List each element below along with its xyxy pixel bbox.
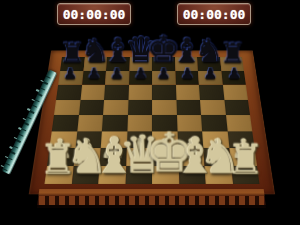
black-knight[interactable]: ♞: [78, 35, 112, 68]
black-pawn[interactable]: ♟: [123, 66, 158, 81]
square-g6[interactable]: [199, 85, 224, 100]
square-c5[interactable]: [103, 100, 128, 115]
black-bishop[interactable]: ♝: [101, 34, 135, 68]
square-h6[interactable]: [222, 85, 247, 100]
black-rook[interactable]: ♜: [215, 40, 249, 68]
square-c6[interactable]: [104, 85, 128, 100]
square-a8[interactable]: ♜: [60, 57, 84, 71]
square-d5[interactable]: [128, 100, 153, 115]
black-pawn[interactable]: ♟: [193, 66, 228, 81]
chess-board: ♜♞♝♛♚♝♞♜♟♟♟♟♟♟♟♟♟♟♟♟♟♟♟♟♜♞♝♛♚♝♞♜: [45, 57, 260, 184]
square-e5[interactable]: [152, 100, 177, 115]
square-b7[interactable]: ♟: [82, 71, 106, 85]
square-g8[interactable]: ♞: [197, 57, 221, 71]
square-h1[interactable]: ♜: [231, 166, 260, 184]
frame-molding: [39, 196, 263, 204]
black-pawn[interactable]: ♟: [53, 66, 88, 81]
square-d6[interactable]: [128, 85, 152, 100]
square-e8[interactable]: ♚: [152, 57, 175, 71]
square-g7[interactable]: ♟: [198, 71, 222, 85]
square-f5[interactable]: [176, 100, 201, 115]
black-pawn[interactable]: ♟: [100, 66, 135, 81]
square-e7[interactable]: ♟: [152, 71, 175, 85]
square-b8[interactable]: ♞: [83, 57, 107, 71]
frame-base-shadow: [37, 205, 266, 208]
square-d8[interactable]: ♛: [129, 57, 152, 71]
black-queen[interactable]: ♛: [124, 32, 158, 67]
board-scene: ♜♞♝♛♚♝♞♜♟♟♟♟♟♟♟♟♟♟♟♟♟♟♟♟♜♞♝♛♚♝♞♜: [54, 17, 250, 213]
square-h8[interactable]: ♜: [220, 57, 244, 71]
square-h5[interactable]: [224, 100, 250, 115]
black-king[interactable]: ♚: [146, 30, 180, 67]
square-a5[interactable]: [54, 100, 80, 115]
black-pawn[interactable]: ♟: [76, 66, 111, 81]
black-pawn[interactable]: ♟: [216, 66, 251, 81]
square-g5[interactable]: [200, 100, 226, 115]
square-b6[interactable]: [80, 85, 105, 100]
black-pawn[interactable]: ♟: [146, 66, 181, 81]
board-frame-front: [37, 189, 266, 208]
black-knight[interactable]: ♞: [192, 35, 226, 68]
black-pawn[interactable]: ♟: [170, 66, 205, 81]
square-b5[interactable]: [79, 100, 105, 115]
game-stage: 00:00:00 00:00:00 ♜♞♝♛♚♝♞♜♟♟♟♟♟♟♟♟♟♟♟♟♟♟…: [0, 0, 300, 225]
square-f7[interactable]: ♟: [175, 71, 199, 85]
square-f8[interactable]: ♝: [175, 57, 198, 71]
square-a6[interactable]: [56, 85, 81, 100]
black-bishop[interactable]: ♝: [169, 34, 203, 68]
square-d7[interactable]: ♟: [129, 71, 152, 85]
black-rook[interactable]: ♜: [55, 40, 89, 68]
square-f6[interactable]: [175, 85, 199, 100]
square-c8[interactable]: ♝: [106, 57, 129, 71]
square-a7[interactable]: ♟: [58, 71, 83, 85]
white-rook[interactable]: ♜: [226, 138, 266, 179]
square-c7[interactable]: ♟: [105, 71, 129, 85]
square-h7[interactable]: ♟: [221, 71, 246, 85]
square-e6[interactable]: [152, 85, 176, 100]
